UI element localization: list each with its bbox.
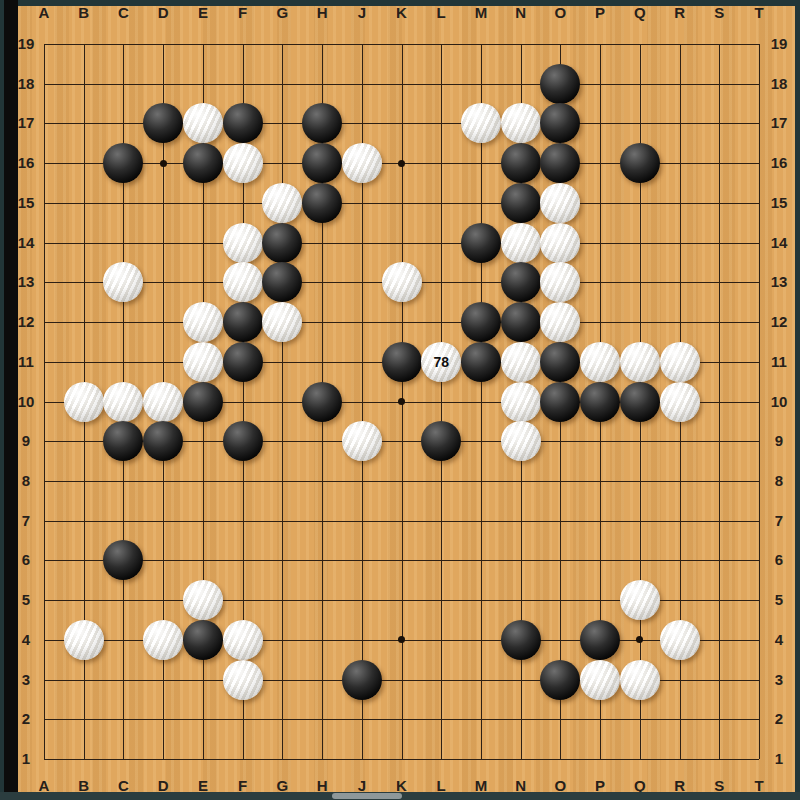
column-label-top-R: R (670, 4, 690, 22)
grid-horizontal-line (44, 481, 759, 482)
stone-black-O16 (540, 143, 580, 183)
row-label-left-12: 12 (13, 313, 39, 331)
stone-white-G12 (262, 302, 302, 342)
row-label-right-13: 13 (766, 273, 792, 291)
row-label-left-18: 18 (13, 75, 39, 93)
stone-white-F16 (223, 143, 263, 183)
row-label-left-6: 6 (13, 551, 39, 569)
stone-white-D4 (143, 620, 183, 660)
row-label-right-19: 19 (766, 35, 792, 53)
stone-black-E16 (183, 143, 223, 183)
stone-white-O14 (540, 223, 580, 263)
stone-white-N9 (501, 421, 541, 461)
column-label-top-B: B (74, 4, 94, 22)
row-label-left-9: 9 (13, 432, 39, 450)
stone-white-K13 (382, 262, 422, 302)
stone-black-F17 (223, 103, 263, 143)
stone-black-O3 (540, 660, 580, 700)
stone-black-D17 (143, 103, 183, 143)
column-label-top-K: K (392, 4, 412, 22)
row-label-left-2: 2 (13, 710, 39, 728)
stone-black-M14 (461, 223, 501, 263)
row-label-right-8: 8 (766, 472, 792, 490)
move-number-label: 78 (433, 355, 449, 369)
stone-white-N10 (501, 382, 541, 422)
stone-black-P4 (580, 620, 620, 660)
grid-horizontal-line (44, 521, 759, 522)
stone-black-N4 (501, 620, 541, 660)
stone-white-L11: 78 (421, 342, 461, 382)
stone-white-B10 (64, 382, 104, 422)
row-label-left-16: 16 (13, 154, 39, 172)
stone-black-D9 (143, 421, 183, 461)
stone-black-Q10 (620, 382, 660, 422)
stone-white-Q11 (620, 342, 660, 382)
grid-vertical-line (441, 44, 442, 759)
row-label-right-17: 17 (766, 114, 792, 132)
stone-white-N14 (501, 223, 541, 263)
stone-white-N11 (501, 342, 541, 382)
row-label-right-2: 2 (766, 710, 792, 728)
row-label-left-1: 1 (13, 750, 39, 768)
row-label-right-5: 5 (766, 591, 792, 609)
row-label-left-4: 4 (13, 631, 39, 649)
star-point-K16 (398, 160, 405, 167)
stone-white-O15 (540, 183, 580, 223)
stone-white-B4 (64, 620, 104, 660)
stone-black-O11 (540, 342, 580, 382)
stone-white-E5 (183, 580, 223, 620)
stone-black-J3 (342, 660, 382, 700)
row-label-right-15: 15 (766, 194, 792, 212)
scrollbar-thumb[interactable] (332, 793, 402, 799)
row-label-right-3: 3 (766, 671, 792, 689)
column-label-top-H: H (312, 4, 332, 22)
stone-white-P3 (580, 660, 620, 700)
row-label-left-19: 19 (13, 35, 39, 53)
stone-black-H16 (302, 143, 342, 183)
row-label-right-14: 14 (766, 234, 792, 252)
row-label-right-4: 4 (766, 631, 792, 649)
row-label-left-14: 14 (13, 234, 39, 252)
stone-black-G13 (262, 262, 302, 302)
stone-black-E4 (183, 620, 223, 660)
stone-white-J9 (342, 421, 382, 461)
stone-white-R11 (660, 342, 700, 382)
stone-black-N12 (501, 302, 541, 342)
stone-white-F14 (223, 223, 263, 263)
stone-white-N17 (501, 103, 541, 143)
stone-white-O12 (540, 302, 580, 342)
stone-black-C16 (103, 143, 143, 183)
row-label-right-16: 16 (766, 154, 792, 172)
row-label-right-10: 10 (766, 393, 792, 411)
stone-black-H15 (302, 183, 342, 223)
stone-black-O18 (540, 64, 580, 104)
row-label-left-13: 13 (13, 273, 39, 291)
column-label-top-G: G (272, 4, 292, 22)
stone-black-M11 (461, 342, 501, 382)
column-label-top-O: O (550, 4, 570, 22)
star-point-K4 (398, 636, 405, 643)
grid-horizontal-line (44, 560, 759, 561)
column-label-top-P: P (590, 4, 610, 22)
grid-vertical-line (759, 44, 760, 759)
stone-white-O13 (540, 262, 580, 302)
column-label-top-Q: Q (630, 4, 650, 22)
row-label-right-6: 6 (766, 551, 792, 569)
column-label-top-C: C (113, 4, 133, 22)
row-label-left-3: 3 (13, 671, 39, 689)
stone-black-K11 (382, 342, 422, 382)
grid-vertical-line (481, 44, 482, 759)
stone-black-E10 (183, 382, 223, 422)
stone-white-Q5 (620, 580, 660, 620)
column-label-top-T: T (749, 4, 769, 22)
column-label-top-L: L (431, 4, 451, 22)
row-label-right-12: 12 (766, 313, 792, 331)
stone-black-C9 (103, 421, 143, 461)
row-label-left-5: 5 (13, 591, 39, 609)
column-label-top-N: N (511, 4, 531, 22)
grid-horizontal-line (44, 759, 759, 760)
star-point-Q4 (636, 636, 643, 643)
go-board[interactable]: AABBCCDDEEFFGGHHJJKKLLMMNNOOPPQQRRSSTT19… (0, 0, 800, 792)
row-label-left-15: 15 (13, 194, 39, 212)
column-label-top-F: F (233, 4, 253, 22)
row-label-right-9: 9 (766, 432, 792, 450)
row-label-left-17: 17 (13, 114, 39, 132)
stone-black-G14 (262, 223, 302, 263)
stone-white-F13 (223, 262, 263, 302)
row-label-left-11: 11 (13, 353, 39, 371)
row-label-left-7: 7 (13, 512, 39, 530)
stone-white-R4 (660, 620, 700, 660)
stone-white-D10 (143, 382, 183, 422)
stone-black-F9 (223, 421, 263, 461)
stone-white-E17 (183, 103, 223, 143)
column-label-top-A: A (34, 4, 54, 22)
row-label-left-10: 10 (13, 393, 39, 411)
stone-white-F3 (223, 660, 263, 700)
stone-white-M17 (461, 103, 501, 143)
stone-black-O10 (540, 382, 580, 422)
go-app-screen: AABBCCDDEEFFGGHHJJKKLLMMNNOOPPQQRRSSTT19… (0, 0, 800, 800)
row-label-right-1: 1 (766, 750, 792, 768)
stone-white-C13 (103, 262, 143, 302)
star-point-K10 (398, 398, 405, 405)
stone-black-O17 (540, 103, 580, 143)
stone-black-N15 (501, 183, 541, 223)
stone-black-F11 (223, 342, 263, 382)
stone-black-C6 (103, 540, 143, 580)
stone-white-E11 (183, 342, 223, 382)
stone-white-F4 (223, 620, 263, 660)
stone-black-H17 (302, 103, 342, 143)
grid-vertical-line (719, 44, 720, 759)
stone-white-P11 (580, 342, 620, 382)
column-label-top-M: M (471, 4, 491, 22)
row-label-left-8: 8 (13, 472, 39, 490)
column-label-top-S: S (709, 4, 729, 22)
stone-black-M12 (461, 302, 501, 342)
stone-black-F12 (223, 302, 263, 342)
star-point-D16 (160, 160, 167, 167)
stone-white-J16 (342, 143, 382, 183)
grid-horizontal-line (44, 719, 759, 720)
stone-white-R10 (660, 382, 700, 422)
stone-black-H10 (302, 382, 342, 422)
stone-white-Q3 (620, 660, 660, 700)
stone-black-N13 (501, 262, 541, 302)
stone-white-G15 (262, 183, 302, 223)
column-label-top-D: D (153, 4, 173, 22)
row-label-right-7: 7 (766, 512, 792, 530)
column-label-top-E: E (193, 4, 213, 22)
stone-white-E12 (183, 302, 223, 342)
stone-black-N16 (501, 143, 541, 183)
stone-white-C10 (103, 382, 143, 422)
column-label-top-J: J (352, 4, 372, 22)
stone-black-P10 (580, 382, 620, 422)
stone-black-L9 (421, 421, 461, 461)
row-label-right-18: 18 (766, 75, 792, 93)
bottom-bar (0, 792, 800, 800)
stone-black-Q16 (620, 143, 660, 183)
row-label-right-11: 11 (766, 353, 792, 371)
